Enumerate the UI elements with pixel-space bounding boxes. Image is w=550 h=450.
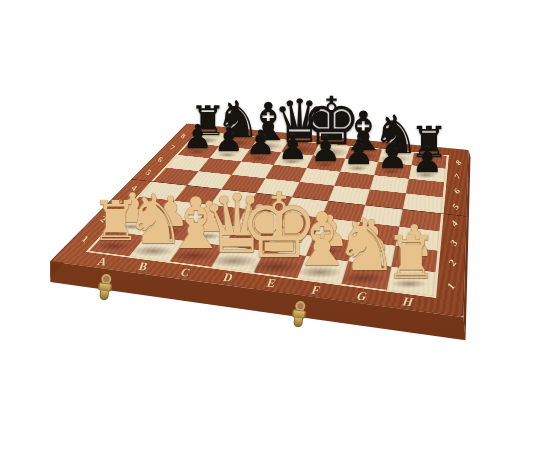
chess-board — [50, 123, 468, 317]
square-f1[interactable] — [297, 256, 348, 284]
brass-clasp-1 — [97, 274, 113, 301]
clasp-part-ring — [100, 274, 111, 285]
clasp-part-plate — [98, 283, 112, 292]
brass-clasp-2 — [291, 300, 307, 327]
square-g1[interactable] — [341, 261, 391, 290]
clasp-part-hasp — [293, 316, 303, 327]
scene: ABCDEFGH1122334455667788 ♜♞♝♛♚♝♞♜♟♟♟♟♟♟♟… — [0, 0, 550, 450]
square-h1[interactable] — [387, 267, 436, 296]
clasp-part-hasp — [99, 290, 109, 301]
clasp-part-ring — [294, 300, 305, 311]
clasp-part-plate — [292, 309, 306, 318]
playing-area — [86, 131, 449, 298]
